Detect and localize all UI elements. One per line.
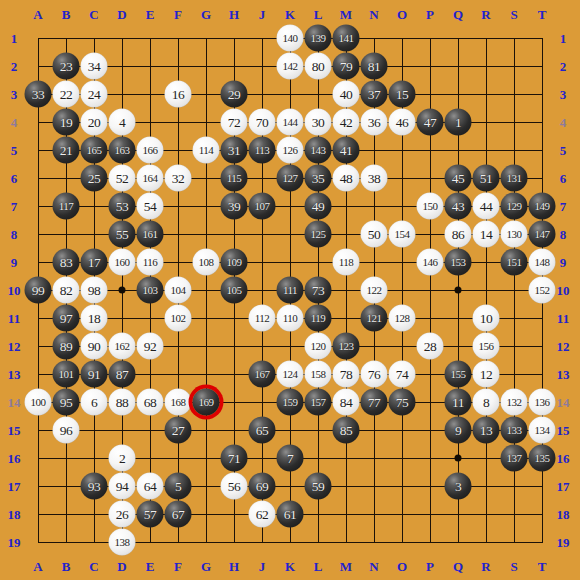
- stone-black-Q4-move-1[interactable]: 1: [445, 109, 472, 136]
- move-number: 22: [60, 87, 73, 101]
- stone-white-L13-move-158[interactable]: 158: [305, 361, 332, 388]
- stone-white-O11-move-128[interactable]: 128: [389, 305, 416, 332]
- move-number: 122: [367, 285, 382, 296]
- stone-white-D19-move-138[interactable]: 138: [109, 529, 136, 556]
- coord-label-left-8: 8: [11, 228, 18, 241]
- move-number: 78: [340, 367, 353, 381]
- stone-black-F17-move-5[interactable]: 5: [165, 473, 192, 500]
- stone-black-D5-move-163[interactable]: 163: [109, 137, 136, 164]
- coord-label-left-12: 12: [8, 340, 21, 353]
- move-number: 84: [340, 395, 353, 409]
- stone-white-F14-move-168[interactable]: 168: [165, 389, 192, 416]
- stone-white-D14-move-88[interactable]: 88: [109, 389, 136, 416]
- coord-label-left-3: 3: [11, 88, 18, 101]
- move-number: 139: [311, 33, 326, 44]
- stone-white-D12-move-162[interactable]: 162: [109, 333, 136, 360]
- coord-label-bottom-Q: Q: [453, 560, 463, 573]
- stone-white-R13-move-12[interactable]: 12: [473, 361, 500, 388]
- stone-black-M1-move-141[interactable]: 141: [333, 25, 360, 52]
- stone-white-D6-move-52[interactable]: 52: [109, 165, 136, 192]
- stone-white-K5-move-126[interactable]: 126: [277, 137, 304, 164]
- coord-label-top-A: A: [33, 8, 42, 21]
- stone-black-T7-move-149[interactable]: 149: [529, 193, 556, 220]
- move-number: 159: [283, 397, 298, 408]
- stone-black-P4-move-47[interactable]: 47: [417, 109, 444, 136]
- stone-black-H10-move-105[interactable]: 105: [221, 277, 248, 304]
- stone-white-H17-move-56[interactable]: 56: [221, 473, 248, 500]
- move-number: 31: [228, 143, 241, 157]
- coord-label-bottom-C: C: [89, 560, 98, 573]
- stone-black-C6-move-25[interactable]: 25: [81, 165, 108, 192]
- move-number: 56: [228, 479, 241, 493]
- stone-white-C11-move-18[interactable]: 18: [81, 305, 108, 332]
- move-number: 76: [368, 367, 381, 381]
- coord-label-top-C: C: [89, 8, 98, 21]
- stone-black-B11-move-97[interactable]: 97: [53, 305, 80, 332]
- move-number: 47: [424, 115, 437, 129]
- stone-black-F18-move-67[interactable]: 67: [165, 501, 192, 528]
- stone-white-T15-move-134[interactable]: 134: [529, 417, 556, 444]
- coord-label-top-M: M: [340, 8, 352, 21]
- move-number: 152: [535, 285, 550, 296]
- stone-white-T14-move-136[interactable]: 136: [529, 389, 556, 416]
- stone-white-R12-move-156[interactable]: 156: [473, 333, 500, 360]
- coord-label-left-14: 14: [8, 396, 21, 409]
- stone-white-O4-move-46[interactable]: 46: [389, 109, 416, 136]
- move-number: 148: [535, 257, 550, 268]
- stone-white-B15-move-96[interactable]: 96: [53, 417, 80, 444]
- move-number: 39: [228, 199, 241, 213]
- stone-black-Q14-move-11[interactable]: 11: [445, 389, 472, 416]
- move-number: 117: [59, 201, 74, 212]
- stone-black-Q17-move-3[interactable]: 3: [445, 473, 472, 500]
- stone-black-Q13-move-155[interactable]: 155: [445, 361, 472, 388]
- coord-label-bottom-A: A: [33, 560, 42, 573]
- move-number: 111: [283, 285, 297, 296]
- move-number: 21: [60, 143, 73, 157]
- stone-black-Q15-move-9[interactable]: 9: [445, 417, 472, 444]
- move-number: 100: [31, 397, 46, 408]
- stone-white-J4-move-70[interactable]: 70: [249, 109, 276, 136]
- move-number: 24: [88, 87, 101, 101]
- stone-white-H4-move-72[interactable]: 72: [221, 109, 248, 136]
- stone-white-F6-move-32[interactable]: 32: [165, 165, 192, 192]
- stone-black-O14-move-75[interactable]: 75: [389, 389, 416, 416]
- stone-white-C14-move-6[interactable]: 6: [81, 389, 108, 416]
- stone-black-H9-move-109[interactable]: 109: [221, 249, 248, 276]
- stone-black-B5-move-21[interactable]: 21: [53, 137, 80, 164]
- move-number: 79: [340, 59, 353, 73]
- move-number: 141: [339, 33, 354, 44]
- stone-white-K4-move-144[interactable]: 144: [277, 109, 304, 136]
- move-number: 13: [480, 423, 493, 437]
- move-number: 34: [88, 59, 101, 73]
- stone-black-N14-move-77[interactable]: 77: [361, 389, 388, 416]
- stone-black-S15-move-133[interactable]: 133: [501, 417, 528, 444]
- coord-label-top-K: K: [285, 8, 295, 21]
- coord-label-top-B: B: [62, 8, 71, 21]
- move-number: 35: [312, 171, 325, 185]
- stone-black-N11-move-121[interactable]: 121: [361, 305, 388, 332]
- move-number: 43: [452, 199, 465, 213]
- move-number: 99: [32, 283, 45, 297]
- move-number: 119: [311, 313, 326, 324]
- move-number: 157: [311, 397, 326, 408]
- stone-black-R15-move-13[interactable]: 13: [473, 417, 500, 444]
- stone-white-F10-move-104[interactable]: 104: [165, 277, 192, 304]
- move-number: 109: [227, 257, 242, 268]
- move-number: 142: [283, 61, 298, 72]
- stone-black-L1-move-139[interactable]: 139: [305, 25, 332, 52]
- stone-white-D9-move-160[interactable]: 160: [109, 249, 136, 276]
- move-number: 112: [255, 313, 270, 324]
- stone-white-R7-move-44[interactable]: 44: [473, 193, 500, 220]
- move-number: 164: [143, 173, 158, 184]
- move-number: 162: [115, 341, 130, 352]
- stone-black-H3-move-29[interactable]: 29: [221, 81, 248, 108]
- coord-label-right-1: 1: [560, 32, 567, 45]
- move-number: 133: [507, 425, 522, 436]
- stone-black-B2-move-23[interactable]: 23: [53, 53, 80, 80]
- move-number: 80: [312, 59, 325, 73]
- coord-label-left-15: 15: [8, 424, 21, 437]
- move-number: 147: [535, 229, 550, 240]
- go-board[interactable]: AABBCCDDEEFFGGHHJJKKLLMMNNOOPPQQRRSSTT11…: [0, 0, 580, 580]
- stone-black-N2-move-81[interactable]: 81: [361, 53, 388, 80]
- move-number: 46: [396, 115, 409, 129]
- stone-black-Q6-move-45[interactable]: 45: [445, 165, 472, 192]
- stone-white-N10-move-122[interactable]: 122: [361, 277, 388, 304]
- stone-black-C17-move-93[interactable]: 93: [81, 473, 108, 500]
- stone-black-H5-move-31[interactable]: 31: [221, 137, 248, 164]
- stone-black-F15-move-27[interactable]: 27: [165, 417, 192, 444]
- stone-black-C5-move-165[interactable]: 165: [81, 137, 108, 164]
- coord-label-bottom-H: H: [229, 560, 239, 573]
- stone-black-K10-move-111[interactable]: 111: [277, 277, 304, 304]
- stone-white-B3-move-22[interactable]: 22: [53, 81, 80, 108]
- coord-label-bottom-K: K: [285, 560, 295, 573]
- stone-black-L6-move-35[interactable]: 35: [305, 165, 332, 192]
- stone-white-M4-move-42[interactable]: 42: [333, 109, 360, 136]
- move-number: 161: [143, 229, 158, 240]
- stone-white-D4-move-4[interactable]: 4: [109, 109, 136, 136]
- stone-white-C3-move-24[interactable]: 24: [81, 81, 108, 108]
- move-number: 9: [455, 423, 461, 437]
- coord-label-right-3: 3: [560, 88, 567, 101]
- move-number: 1: [455, 115, 461, 129]
- stone-white-Q8-move-86[interactable]: 86: [445, 221, 472, 248]
- stone-black-T16-move-135[interactable]: 135: [529, 445, 556, 472]
- move-number: 30: [312, 115, 325, 129]
- move-number: 69: [256, 479, 269, 493]
- stone-white-K1-move-140[interactable]: 140: [277, 25, 304, 52]
- stone-white-E6-move-164[interactable]: 164: [137, 165, 164, 192]
- coord-label-left-11: 11: [8, 312, 20, 325]
- stone-black-K6-move-127[interactable]: 127: [277, 165, 304, 192]
- stone-white-M9-move-118[interactable]: 118: [333, 249, 360, 276]
- coord-label-left-4: 4: [11, 116, 18, 129]
- move-number: 120: [311, 341, 326, 352]
- stone-black-K14-move-159[interactable]: 159: [277, 389, 304, 416]
- stone-white-E12-move-92[interactable]: 92: [137, 333, 164, 360]
- move-number: 123: [339, 341, 354, 352]
- stone-white-R8-move-14[interactable]: 14: [473, 221, 500, 248]
- move-number: 18: [88, 311, 101, 325]
- stone-white-T10-move-152[interactable]: 152: [529, 277, 556, 304]
- stone-white-D18-move-26[interactable]: 26: [109, 501, 136, 528]
- stone-black-E10-move-103[interactable]: 103: [137, 277, 164, 304]
- stone-black-B4-move-19[interactable]: 19: [53, 109, 80, 136]
- coord-label-bottom-G: G: [201, 560, 211, 573]
- stone-white-G9-move-108[interactable]: 108: [193, 249, 220, 276]
- coord-label-bottom-F: F: [174, 560, 182, 573]
- stone-white-E5-move-166[interactable]: 166: [137, 137, 164, 164]
- stone-black-K16-move-7[interactable]: 7: [277, 445, 304, 472]
- stone-white-E17-move-64[interactable]: 64: [137, 473, 164, 500]
- move-number: 33: [32, 87, 45, 101]
- stone-white-M14-move-84[interactable]: 84: [333, 389, 360, 416]
- stone-black-D13-move-87[interactable]: 87: [109, 361, 136, 388]
- stone-white-E9-move-116[interactable]: 116: [137, 249, 164, 276]
- stone-black-E8-move-161[interactable]: 161: [137, 221, 164, 248]
- move-number: 27: [172, 423, 185, 437]
- stone-white-D16-move-2[interactable]: 2: [109, 445, 136, 472]
- coord-label-right-15: 15: [557, 424, 570, 437]
- coord-label-bottom-S: S: [510, 560, 517, 573]
- stone-black-M15-move-85[interactable]: 85: [333, 417, 360, 444]
- stone-white-O8-move-154[interactable]: 154: [389, 221, 416, 248]
- move-number: 151: [507, 257, 522, 268]
- coord-label-top-S: S: [510, 8, 517, 21]
- stone-black-C13-move-91[interactable]: 91: [81, 361, 108, 388]
- move-number: 95: [60, 395, 73, 409]
- move-number: 153: [451, 257, 466, 268]
- coord-label-bottom-R: R: [481, 560, 490, 573]
- move-number: 87: [116, 367, 129, 381]
- stone-white-K2-move-142[interactable]: 142: [277, 53, 304, 80]
- move-number: 28: [424, 339, 437, 353]
- stone-white-N13-move-76[interactable]: 76: [361, 361, 388, 388]
- stone-white-P12-move-28[interactable]: 28: [417, 333, 444, 360]
- stone-white-M3-move-40[interactable]: 40: [333, 81, 360, 108]
- move-number: 10: [480, 311, 493, 325]
- stone-black-J15-move-65[interactable]: 65: [249, 417, 276, 444]
- stone-white-F11-move-102[interactable]: 102: [165, 305, 192, 332]
- stone-black-J17-move-69[interactable]: 69: [249, 473, 276, 500]
- move-number: 5: [175, 479, 181, 493]
- stone-white-J11-move-112[interactable]: 112: [249, 305, 276, 332]
- move-number: 121: [367, 313, 382, 324]
- stone-black-B13-move-101[interactable]: 101: [53, 361, 80, 388]
- move-number: 102: [171, 313, 186, 324]
- stone-black-L17-move-59[interactable]: 59: [305, 473, 332, 500]
- coord-label-top-J: J: [259, 8, 266, 21]
- stone-white-G5-move-114[interactable]: 114: [193, 137, 220, 164]
- move-number: 70: [256, 115, 269, 129]
- stone-black-S9-move-151[interactable]: 151: [501, 249, 528, 276]
- stone-black-M5-move-41[interactable]: 41: [333, 137, 360, 164]
- move-number: 86: [452, 227, 465, 241]
- coord-label-top-G: G: [201, 8, 211, 21]
- stone-black-L14-move-157[interactable]: 157: [305, 389, 332, 416]
- move-number: 11: [452, 395, 464, 409]
- stone-white-L2-move-80[interactable]: 80: [305, 53, 332, 80]
- coord-label-right-9: 9: [560, 256, 567, 269]
- stone-white-C4-move-20[interactable]: 20: [81, 109, 108, 136]
- stone-black-L7-move-49[interactable]: 49: [305, 193, 332, 220]
- stone-black-R6-move-51[interactable]: 51: [473, 165, 500, 192]
- stone-black-Q9-move-153[interactable]: 153: [445, 249, 472, 276]
- coord-label-left-17: 17: [8, 480, 21, 493]
- stone-black-D7-move-53[interactable]: 53: [109, 193, 136, 220]
- move-number: 62: [256, 507, 269, 521]
- stone-white-N4-move-36[interactable]: 36: [361, 109, 388, 136]
- move-number: 136: [535, 397, 550, 408]
- stone-black-K18-move-61[interactable]: 61: [277, 501, 304, 528]
- stone-black-M2-move-79[interactable]: 79: [333, 53, 360, 80]
- coord-label-bottom-L: L: [314, 560, 323, 573]
- stone-white-R14-move-8[interactable]: 8: [473, 389, 500, 416]
- move-number: 32: [172, 171, 185, 185]
- move-number: 98: [88, 283, 101, 297]
- stone-black-M12-move-123[interactable]: 123: [333, 333, 360, 360]
- move-number: 89: [60, 339, 73, 353]
- stone-white-S8-move-130[interactable]: 130: [501, 221, 528, 248]
- stone-white-S14-move-132[interactable]: 132: [501, 389, 528, 416]
- move-number: 158: [311, 369, 326, 380]
- move-number: 85: [340, 423, 353, 437]
- move-number: 90: [88, 339, 101, 353]
- stone-white-N6-move-38[interactable]: 38: [361, 165, 388, 192]
- move-number: 48: [340, 171, 353, 185]
- stone-black-A10-move-99[interactable]: 99: [25, 277, 52, 304]
- move-number: 91: [88, 367, 101, 381]
- stone-black-H16-move-71[interactable]: 71: [221, 445, 248, 472]
- move-number: 150: [423, 201, 438, 212]
- move-number: 128: [395, 313, 410, 324]
- move-number: 38: [368, 171, 381, 185]
- stone-white-R11-move-10[interactable]: 10: [473, 305, 500, 332]
- move-number: 160: [115, 257, 130, 268]
- move-number: 110: [283, 313, 298, 324]
- stone-black-T8-move-147[interactable]: 147: [529, 221, 556, 248]
- stone-black-B12-move-89[interactable]: 89: [53, 333, 80, 360]
- stone-black-J5-move-113[interactable]: 113: [249, 137, 276, 164]
- stone-black-S6-move-131[interactable]: 131: [501, 165, 528, 192]
- move-number: 74: [396, 367, 409, 381]
- move-number: 143: [311, 145, 326, 156]
- move-number: 37: [368, 87, 381, 101]
- stone-black-J13-move-167[interactable]: 167: [249, 361, 276, 388]
- stone-black-S16-move-137[interactable]: 137: [501, 445, 528, 472]
- stone-white-K11-move-110[interactable]: 110: [277, 305, 304, 332]
- stone-black-B14-move-95[interactable]: 95: [53, 389, 80, 416]
- stone-black-L5-move-143[interactable]: 143: [305, 137, 332, 164]
- coord-label-right-18: 18: [557, 508, 570, 521]
- stone-black-B9-move-83[interactable]: 83: [53, 249, 80, 276]
- stone-black-E18-move-57[interactable]: 57: [137, 501, 164, 528]
- move-number: 97: [60, 311, 73, 325]
- coord-label-top-F: F: [174, 8, 182, 21]
- coord-label-top-D: D: [117, 8, 126, 21]
- stone-white-O13-move-74[interactable]: 74: [389, 361, 416, 388]
- stone-black-L11-move-119[interactable]: 119: [305, 305, 332, 332]
- stone-white-C10-move-98[interactable]: 98: [81, 277, 108, 304]
- move-number: 107: [255, 201, 270, 212]
- coord-label-right-10: 10: [557, 284, 570, 297]
- move-number: 130: [507, 229, 522, 240]
- stone-white-A14-move-100[interactable]: 100: [25, 389, 52, 416]
- stone-white-M13-move-78[interactable]: 78: [333, 361, 360, 388]
- coord-label-bottom-B: B: [62, 560, 71, 573]
- move-number: 15: [396, 87, 409, 101]
- coord-label-top-L: L: [314, 8, 323, 21]
- stone-black-L10-move-73[interactable]: 73: [305, 277, 332, 304]
- stone-white-B10-move-82[interactable]: 82: [53, 277, 80, 304]
- stone-white-D17-move-94[interactable]: 94: [109, 473, 136, 500]
- stone-white-C2-move-34[interactable]: 34: [81, 53, 108, 80]
- stone-white-L4-move-30[interactable]: 30: [305, 109, 332, 136]
- move-number: 93: [88, 479, 101, 493]
- stone-white-C12-move-90[interactable]: 90: [81, 333, 108, 360]
- stone-white-K13-move-124[interactable]: 124: [277, 361, 304, 388]
- move-number: 14: [480, 227, 493, 241]
- coord-label-left-19: 19: [8, 536, 21, 549]
- stone-black-G14-move-169[interactable]: 169: [193, 389, 220, 416]
- stone-white-P7-move-150[interactable]: 150: [417, 193, 444, 220]
- stone-white-M6-move-48[interactable]: 48: [333, 165, 360, 192]
- move-number: 104: [171, 285, 186, 296]
- move-number: 12: [480, 367, 493, 381]
- stone-black-A3-move-33[interactable]: 33: [25, 81, 52, 108]
- stone-white-E14-move-68[interactable]: 68: [137, 389, 164, 416]
- stone-white-T9-move-148[interactable]: 148: [529, 249, 556, 276]
- move-number: 103: [143, 285, 158, 296]
- stone-black-C9-move-17[interactable]: 17: [81, 249, 108, 276]
- stone-black-O3-move-15[interactable]: 15: [389, 81, 416, 108]
- coord-label-left-5: 5: [11, 144, 18, 157]
- coord-label-top-E: E: [146, 8, 155, 21]
- move-number: 36: [368, 115, 381, 129]
- stone-black-B7-move-117[interactable]: 117: [53, 193, 80, 220]
- stone-white-F3-move-16[interactable]: 16: [165, 81, 192, 108]
- stone-white-E7-move-54[interactable]: 54: [137, 193, 164, 220]
- stone-white-L12-move-120[interactable]: 120: [305, 333, 332, 360]
- stone-white-N8-move-50[interactable]: 50: [361, 221, 388, 248]
- move-number: 156: [479, 341, 494, 352]
- stone-black-S7-move-129[interactable]: 129: [501, 193, 528, 220]
- stone-black-J7-move-107[interactable]: 107: [249, 193, 276, 220]
- move-number: 126: [283, 145, 298, 156]
- move-number: 26: [116, 507, 129, 521]
- move-number: 169: [199, 397, 214, 408]
- coord-label-bottom-E: E: [146, 560, 155, 573]
- move-number: 140: [283, 33, 298, 44]
- stone-white-P9-move-146[interactable]: 146: [417, 249, 444, 276]
- move-number: 7: [287, 451, 293, 465]
- stone-black-Q7-move-43[interactable]: 43: [445, 193, 472, 220]
- stone-black-H6-move-115[interactable]: 115: [221, 165, 248, 192]
- stone-black-D8-move-55[interactable]: 55: [109, 221, 136, 248]
- move-number: 101: [59, 369, 74, 380]
- stone-black-N3-move-37[interactable]: 37: [361, 81, 388, 108]
- coord-label-right-16: 16: [557, 452, 570, 465]
- stone-white-J18-move-62[interactable]: 62: [249, 501, 276, 528]
- move-number: 4: [119, 115, 125, 129]
- stone-black-L8-move-125[interactable]: 125: [305, 221, 332, 248]
- coord-label-top-H: H: [229, 8, 239, 21]
- stone-black-H7-move-39[interactable]: 39: [221, 193, 248, 220]
